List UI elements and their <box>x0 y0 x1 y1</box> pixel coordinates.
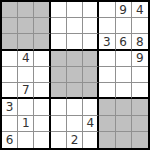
sudoku-cell-r6c2[interactable]: 7 <box>18 83 34 99</box>
sudoku-cell-r8c8[interactable] <box>116 116 132 132</box>
sudoku-cell-r5c1[interactable] <box>2 67 18 83</box>
sudoku-cell-r8c4[interactable] <box>51 116 67 132</box>
sudoku-cell-r3c9[interactable]: 8 <box>132 34 148 50</box>
sudoku-cell-r3c2[interactable] <box>18 34 34 50</box>
sudoku-cell-r2c4[interactable] <box>51 18 67 34</box>
sudoku-cell-r1c5[interactable] <box>67 2 83 18</box>
sudoku-cell-r2c7[interactable] <box>99 18 115 34</box>
sudoku-cell-r1c9[interactable]: 4 <box>132 2 148 18</box>
sudoku-cell-r8c1[interactable] <box>2 116 18 132</box>
sudoku-cell-r7c6[interactable] <box>83 99 99 115</box>
sudoku-cell-r2c3[interactable] <box>34 18 50 34</box>
sudoku-cell-r4c6[interactable] <box>83 51 99 67</box>
sudoku-cell-r9c3[interactable] <box>34 132 50 148</box>
sudoku-cell-r6c7[interactable] <box>99 83 115 99</box>
sudoku-cell-r8c5[interactable] <box>67 116 83 132</box>
sudoku-cell-r6c6[interactable] <box>83 83 99 99</box>
sudoku-cell-r9c5[interactable]: 2 <box>67 132 83 148</box>
sudoku-cell-r7c8[interactable] <box>116 99 132 115</box>
sudoku-cell-r6c1[interactable] <box>2 83 18 99</box>
sudoku-cell-r1c6[interactable] <box>83 2 99 18</box>
sudoku-cell-r4c3[interactable] <box>34 51 50 67</box>
sudoku-cell-r5c2[interactable] <box>18 67 34 83</box>
sudoku-cell-r9c2[interactable] <box>18 132 34 148</box>
sudoku-cell-r1c8[interactable]: 9 <box>116 2 132 18</box>
sudoku-cell-r8c7[interactable] <box>99 116 115 132</box>
sudoku-cell-r6c9[interactable] <box>132 83 148 99</box>
sudoku-cell-r6c8[interactable] <box>116 83 132 99</box>
sudoku-cell-r7c4[interactable] <box>51 99 67 115</box>
sudoku-cell-r4c1[interactable] <box>2 51 18 67</box>
sudoku-cell-r3c3[interactable] <box>34 34 50 50</box>
sudoku-cell-r5c9[interactable] <box>132 67 148 83</box>
sudoku-cell-r4c4[interactable] <box>51 51 67 67</box>
sudoku-cell-r5c4[interactable] <box>51 67 67 83</box>
sudoku-cell-r9c7[interactable] <box>99 132 115 148</box>
sudoku-cell-r2c1[interactable] <box>2 18 18 34</box>
sudoku-cell-r8c3[interactable] <box>34 116 50 132</box>
sudoku-cell-r1c3[interactable] <box>34 2 50 18</box>
sudoku-cell-r5c3[interactable] <box>34 67 50 83</box>
sudoku-cell-r5c7[interactable] <box>99 67 115 83</box>
sudoku-cell-r4c2[interactable]: 4 <box>18 51 34 67</box>
sudoku-cell-r7c2[interactable] <box>18 99 34 115</box>
sudoku-cell-r7c5[interactable] <box>67 99 83 115</box>
sudoku-cell-r3c8[interactable]: 6 <box>116 34 132 50</box>
sudoku-cell-r5c8[interactable] <box>116 67 132 83</box>
sudoku-cell-r3c1[interactable] <box>2 34 18 50</box>
sudoku-cell-r4c5[interactable] <box>67 51 83 67</box>
sudoku-cell-r1c1[interactable] <box>2 2 18 18</box>
sudoku-cell-r2c2[interactable] <box>18 18 34 34</box>
sudoku-cell-r7c9[interactable] <box>132 99 148 115</box>
sudoku-cell-r6c4[interactable] <box>51 83 67 99</box>
sudoku-cell-r6c3[interactable] <box>34 83 50 99</box>
sudoku-cell-r8c2[interactable]: 1 <box>18 116 34 132</box>
sudoku-cell-r7c3[interactable] <box>34 99 50 115</box>
sudoku-board: 9436849731462 <box>0 0 150 150</box>
sudoku-cell-r1c7[interactable] <box>99 2 115 18</box>
sudoku-cell-r8c9[interactable] <box>132 116 148 132</box>
sudoku-cell-r9c9[interactable] <box>132 132 148 148</box>
sudoku-cell-r3c6[interactable] <box>83 34 99 50</box>
sudoku-cell-r7c7[interactable] <box>99 99 115 115</box>
sudoku-cell-r4c7[interactable] <box>99 51 115 67</box>
sudoku-cell-r2c6[interactable] <box>83 18 99 34</box>
sudoku-cell-r9c6[interactable] <box>83 132 99 148</box>
sudoku-cell-r1c4[interactable] <box>51 2 67 18</box>
sudoku-cell-r3c7[interactable]: 3 <box>99 34 115 50</box>
sudoku-cell-r9c1[interactable]: 6 <box>2 132 18 148</box>
sudoku-cell-r2c8[interactable] <box>116 18 132 34</box>
sudoku-cell-r2c5[interactable] <box>67 18 83 34</box>
sudoku-cell-r5c5[interactable] <box>67 67 83 83</box>
sudoku-cell-r3c5[interactable] <box>67 34 83 50</box>
sudoku-cell-r1c2[interactable] <box>18 2 34 18</box>
sudoku-cell-r8c6[interactable]: 4 <box>83 116 99 132</box>
sudoku-cell-r5c6[interactable] <box>83 67 99 83</box>
sudoku-cell-r4c8[interactable] <box>116 51 132 67</box>
sudoku-cell-r7c1[interactable]: 3 <box>2 99 18 115</box>
sudoku-cell-r2c9[interactable] <box>132 18 148 34</box>
sudoku-cell-r4c9[interactable]: 9 <box>132 51 148 67</box>
sudoku-cell-r6c5[interactable] <box>67 83 83 99</box>
sudoku-cell-r9c8[interactable] <box>116 132 132 148</box>
sudoku-cell-r9c4[interactable] <box>51 132 67 148</box>
sudoku-cell-r3c4[interactable] <box>51 34 67 50</box>
